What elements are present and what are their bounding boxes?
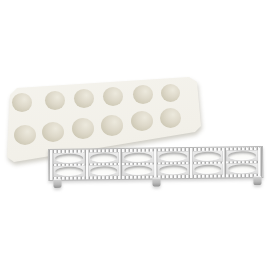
frame-cell-r2c2 [88,165,120,176]
cutter-frame [48,146,263,181]
frame-cell-r1c5 [192,151,224,162]
frame-cell-r2c1 [53,165,85,176]
frame-hole [124,165,152,175]
frame-cell-r1c3 [122,152,154,163]
frame-hole [55,153,83,163]
frame-hole [159,165,187,175]
frame-hole [159,152,187,162]
frame-hole [228,164,256,174]
frame-foot-2 [152,177,160,186]
frame-cell-r2c5 [192,164,224,175]
ravioli-mold-product-photo [0,0,270,270]
frame-hole [194,151,222,161]
frame-foot-1 [53,179,61,188]
frame-cell-r1c2 [88,152,120,163]
frame-hole [194,164,222,174]
frame-hole [90,153,118,163]
frame-hole [55,166,83,176]
frame-foot-3 [253,176,261,185]
frame-cell-r2c6 [227,163,259,174]
frame-hole [90,166,118,176]
frame-cell-r2c4 [157,164,189,175]
frame-hole [124,152,152,162]
frame-cell-r1c1 [53,152,85,163]
frame-cell-r1c6 [226,150,258,161]
frame-cell-r1c4 [157,151,189,162]
cutter-frame-shadow-wrap [0,0,270,270]
frame-hole [228,151,256,161]
frame-cell-r2c3 [123,165,155,176]
